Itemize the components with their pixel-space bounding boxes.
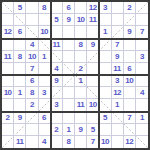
cell-r5c2[interactable]: 8 <box>14 51 26 63</box>
cell-r5c5[interactable] <box>51 51 63 63</box>
cell-r8c5[interactable] <box>51 87 63 99</box>
cell-r2c1[interactable] <box>2 14 14 26</box>
cell-r8c11[interactable] <box>124 87 136 99</box>
cell-r11c1[interactable] <box>2 124 14 136</box>
cell-r2c2[interactable] <box>14 14 26 26</box>
cell-r4c2[interactable] <box>14 39 26 51</box>
cell-r10c12[interactable]: 1 <box>136 112 148 124</box>
cell-r1c12[interactable] <box>136 2 148 14</box>
sudoku-board: 5861232591011126101974118971181019374211… <box>0 0 150 150</box>
cell-r2c9[interactable] <box>99 14 111 26</box>
cell-r12c12[interactable] <box>136 136 148 148</box>
cell-r12c9[interactable]: 10 <box>99 136 111 148</box>
cell-r8c1[interactable]: 10 <box>2 87 14 99</box>
cell-r11c2[interactable] <box>14 124 26 136</box>
cell-r1c1[interactable] <box>2 2 14 14</box>
cell-r7c6[interactable] <box>63 75 75 87</box>
cell-r8c7[interactable] <box>75 87 87 99</box>
cell-r5c9[interactable] <box>99 51 111 63</box>
cell-r7c2[interactable] <box>14 75 26 87</box>
box-border-horizontal-3 <box>2 111 148 113</box>
cell-r11c3[interactable] <box>26 124 38 136</box>
box-border-horizontal-1 <box>2 38 148 40</box>
cell-r4c10[interactable]: 7 <box>112 39 124 51</box>
cell-r4c7[interactable]: 8 <box>75 39 87 51</box>
cell-r10c11[interactable]: 7 <box>124 112 136 124</box>
cell-r1c10[interactable] <box>112 2 124 14</box>
cell-r8c12[interactable]: 4 <box>136 87 148 99</box>
cell-r4c9[interactable] <box>99 39 111 51</box>
cell-r5c6[interactable] <box>63 51 75 63</box>
cell-r8c2[interactable]: 1 <box>14 87 26 99</box>
cell-r4c3[interactable]: 4 <box>26 39 38 51</box>
cell-r1c3[interactable] <box>26 2 38 14</box>
cell-r5c7[interactable] <box>75 51 87 63</box>
cell-r4c12[interactable] <box>136 39 148 51</box>
cell-r8c10[interactable]: 12 <box>112 87 124 99</box>
cell-r5c1[interactable]: 11 <box>2 51 14 63</box>
cell-r11c10[interactable] <box>112 124 124 136</box>
box-border-vertical-2 <box>98 2 100 148</box>
cell-r10c3[interactable] <box>26 112 38 124</box>
cell-r1c5[interactable] <box>51 2 63 14</box>
cell-r11c12[interactable] <box>136 124 148 136</box>
cell-r7c12[interactable] <box>136 75 148 87</box>
cell-r11c11[interactable] <box>124 124 136 136</box>
cell-r1c7[interactable] <box>75 2 87 14</box>
cell-r12c3[interactable] <box>26 136 38 148</box>
box-border-vertical-1 <box>50 2 52 148</box>
cell-r8c6[interactable] <box>63 87 75 99</box>
cell-r4c5[interactable]: 11 <box>51 39 63 51</box>
cell-r2c12[interactable] <box>136 14 148 26</box>
cell-r2c3[interactable] <box>26 14 38 26</box>
cell-r8c9[interactable] <box>99 87 111 99</box>
cell-r10c10[interactable] <box>112 112 124 124</box>
cell-r12c6[interactable]: 8 <box>63 136 75 148</box>
cell-r10c7[interactable] <box>75 112 87 124</box>
cell-r4c11[interactable] <box>124 39 136 51</box>
cell-r1c2[interactable]: 5 <box>14 2 26 14</box>
box-border-horizontal-2 <box>2 74 148 76</box>
cell-r2c11[interactable] <box>124 14 136 26</box>
cell-r10c6[interactable] <box>63 112 75 124</box>
cell-r10c2[interactable]: 9 <box>14 112 26 124</box>
cell-r1c9[interactable]: 3 <box>99 2 111 14</box>
cell-r7c10[interactable]: 3 <box>112 75 124 87</box>
cell-r7c7[interactable]: 1 <box>75 75 87 87</box>
cell-r10c5[interactable] <box>51 112 63 124</box>
cell-r7c9[interactable] <box>99 75 111 87</box>
cell-r4c1[interactable] <box>2 39 14 51</box>
cell-r2c7[interactable]: 10 <box>75 14 87 26</box>
cell-r12c5[interactable] <box>51 136 63 148</box>
cell-r7c1[interactable] <box>2 75 14 87</box>
cell-r5c12[interactable]: 3 <box>136 51 148 63</box>
cell-r12c1[interactable] <box>2 136 14 148</box>
cell-r5c3[interactable]: 10 <box>26 51 38 63</box>
cell-r12c11[interactable]: 12 <box>124 136 136 148</box>
cell-r2c5[interactable]: 5 <box>51 14 63 26</box>
cell-r4c6[interactable] <box>63 39 75 51</box>
cell-r8c3[interactable]: 8 <box>26 87 38 99</box>
cell-r2c10[interactable] <box>112 14 124 26</box>
cell-r10c9[interactable]: 5 <box>99 112 111 124</box>
cell-r12c7[interactable] <box>75 136 87 148</box>
cell-r12c2[interactable]: 11 <box>14 136 26 148</box>
cell-r5c10[interactable]: 9 <box>112 51 124 63</box>
cell-r11c7[interactable]: 9 <box>75 124 87 136</box>
cell-r5c11[interactable] <box>124 51 136 63</box>
cell-r7c11[interactable]: 10 <box>124 75 136 87</box>
cell-r2c6[interactable]: 9 <box>63 14 75 26</box>
cell-r7c5[interactable]: 9 <box>51 75 63 87</box>
cell-r11c5[interactable]: 2 <box>51 124 63 136</box>
cell-r1c11[interactable]: 2 <box>124 2 136 14</box>
cell-r1c6[interactable]: 6 <box>63 2 75 14</box>
cell-r11c6[interactable]: 1 <box>63 124 75 136</box>
cell-r12c10[interactable] <box>112 136 124 148</box>
cell-r7c3[interactable]: 6 <box>26 75 38 87</box>
cell-r10c1[interactable]: 2 <box>2 112 14 124</box>
cell-r11c9[interactable] <box>99 124 111 136</box>
